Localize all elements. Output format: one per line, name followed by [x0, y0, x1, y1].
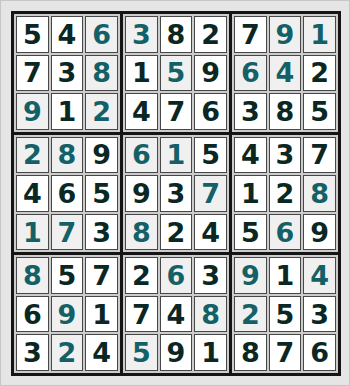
cell-r2c4[interactable]: 1 — [125, 55, 158, 92]
cell-r5c6[interactable]: 7 — [194, 175, 227, 212]
box-5: 615937824 — [123, 135, 229, 253]
cell-r5c4[interactable]: 9 — [125, 175, 158, 212]
cell-r7c9[interactable]: 4 — [303, 257, 336, 294]
cell-r6c4[interactable]: 8 — [125, 214, 158, 251]
cell-r3c3[interactable]: 2 — [85, 93, 118, 130]
cell-r2c6[interactable]: 9 — [194, 55, 227, 92]
cell-r1c6[interactable]: 2 — [194, 16, 227, 53]
cell-r4c8[interactable]: 3 — [269, 137, 302, 174]
cell-r5c8[interactable]: 2 — [269, 175, 302, 212]
cell-r3c8[interactable]: 8 — [269, 93, 302, 130]
cell-r6c6[interactable]: 4 — [194, 214, 227, 251]
cell-r5c1[interactable]: 4 — [16, 175, 49, 212]
cell-r9c1[interactable]: 3 — [16, 334, 49, 371]
cell-r3c7[interactable]: 3 — [234, 93, 267, 130]
cell-r1c1[interactable]: 5 — [16, 16, 49, 53]
cell-r1c9[interactable]: 1 — [303, 16, 336, 53]
cell-r7c8[interactable]: 1 — [269, 257, 302, 294]
box-8: 263748591 — [123, 255, 229, 373]
cell-r9c3[interactable]: 4 — [85, 334, 118, 371]
cell-r9c7[interactable]: 8 — [234, 334, 267, 371]
cell-r7c2[interactable]: 5 — [51, 257, 84, 294]
page-frame: 5467389123821594767916423852894651736159… — [0, 0, 350, 386]
cell-r9c8[interactable]: 7 — [269, 334, 302, 371]
cell-r5c9[interactable]: 8 — [303, 175, 336, 212]
cell-r9c9[interactable]: 6 — [303, 334, 336, 371]
cell-r7c4[interactable]: 2 — [125, 257, 158, 294]
cell-r6c7[interactable]: 5 — [234, 214, 267, 251]
cell-r7c7[interactable]: 9 — [234, 257, 267, 294]
cell-r7c3[interactable]: 7 — [85, 257, 118, 294]
cell-r1c4[interactable]: 3 — [125, 16, 158, 53]
cell-r8c6[interactable]: 8 — [194, 296, 227, 333]
cell-r8c7[interactable]: 2 — [234, 296, 267, 333]
cell-r7c1[interactable]: 8 — [16, 257, 49, 294]
cell-r1c7[interactable]: 7 — [234, 16, 267, 53]
box-7: 857691324 — [14, 255, 120, 373]
cell-r5c2[interactable]: 6 — [51, 175, 84, 212]
cell-r6c2[interactable]: 7 — [51, 214, 84, 251]
cell-r4c1[interactable]: 2 — [16, 137, 49, 174]
cell-r2c9[interactable]: 2 — [303, 55, 336, 92]
cell-r8c3[interactable]: 1 — [85, 296, 118, 333]
cell-r1c2[interactable]: 4 — [51, 16, 84, 53]
cell-r1c3[interactable]: 6 — [85, 16, 118, 53]
cell-r6c5[interactable]: 2 — [160, 214, 193, 251]
sudoku-board: 5467389123821594767916423852894651736159… — [11, 11, 341, 376]
cell-r4c5[interactable]: 1 — [160, 137, 193, 174]
cell-r6c9[interactable]: 9 — [303, 214, 336, 251]
cell-r9c6[interactable]: 1 — [194, 334, 227, 371]
cell-r2c2[interactable]: 3 — [51, 55, 84, 92]
box-3: 791642385 — [232, 14, 338, 132]
box-2: 382159476 — [123, 14, 229, 132]
cell-r4c7[interactable]: 4 — [234, 137, 267, 174]
cell-r1c8[interactable]: 9 — [269, 16, 302, 53]
box-9: 914253876 — [232, 255, 338, 373]
cell-r8c9[interactable]: 3 — [303, 296, 336, 333]
cell-r6c8[interactable]: 6 — [269, 214, 302, 251]
cell-r2c1[interactable]: 7 — [16, 55, 49, 92]
cell-r3c4[interactable]: 4 — [125, 93, 158, 130]
cell-r5c5[interactable]: 3 — [160, 175, 193, 212]
cell-r3c5[interactable]: 7 — [160, 93, 193, 130]
cell-r9c4[interactable]: 5 — [125, 334, 158, 371]
cell-r4c3[interactable]: 9 — [85, 137, 118, 174]
cell-r4c2[interactable]: 8 — [51, 137, 84, 174]
cell-r2c3[interactable]: 8 — [85, 55, 118, 92]
cell-r3c1[interactable]: 9 — [16, 93, 49, 130]
cell-r8c8[interactable]: 5 — [269, 296, 302, 333]
cell-r4c6[interactable]: 5 — [194, 137, 227, 174]
cell-r3c6[interactable]: 6 — [194, 93, 227, 130]
box-6: 437128569 — [232, 135, 338, 253]
cell-r9c2[interactable]: 2 — [51, 334, 84, 371]
cell-r6c1[interactable]: 1 — [16, 214, 49, 251]
cell-r5c3[interactable]: 5 — [85, 175, 118, 212]
cell-r3c9[interactable]: 5 — [303, 93, 336, 130]
cell-r8c4[interactable]: 7 — [125, 296, 158, 333]
cell-r8c5[interactable]: 4 — [160, 296, 193, 333]
cell-r8c1[interactable]: 6 — [16, 296, 49, 333]
cell-r2c5[interactable]: 5 — [160, 55, 193, 92]
cell-r4c9[interactable]: 7 — [303, 137, 336, 174]
cell-r8c2[interactable]: 9 — [51, 296, 84, 333]
cell-r9c5[interactable]: 9 — [160, 334, 193, 371]
cell-r6c3[interactable]: 3 — [85, 214, 118, 251]
cell-r5c7[interactable]: 1 — [234, 175, 267, 212]
cell-r1c5[interactable]: 8 — [160, 16, 193, 53]
cell-r2c8[interactable]: 4 — [269, 55, 302, 92]
cell-r2c7[interactable]: 6 — [234, 55, 267, 92]
cell-r3c2[interactable]: 1 — [51, 93, 84, 130]
cell-r7c5[interactable]: 6 — [160, 257, 193, 294]
cell-r4c4[interactable]: 6 — [125, 137, 158, 174]
box-1: 546738912 — [14, 14, 120, 132]
cell-r7c6[interactable]: 3 — [194, 257, 227, 294]
box-4: 289465173 — [14, 135, 120, 253]
